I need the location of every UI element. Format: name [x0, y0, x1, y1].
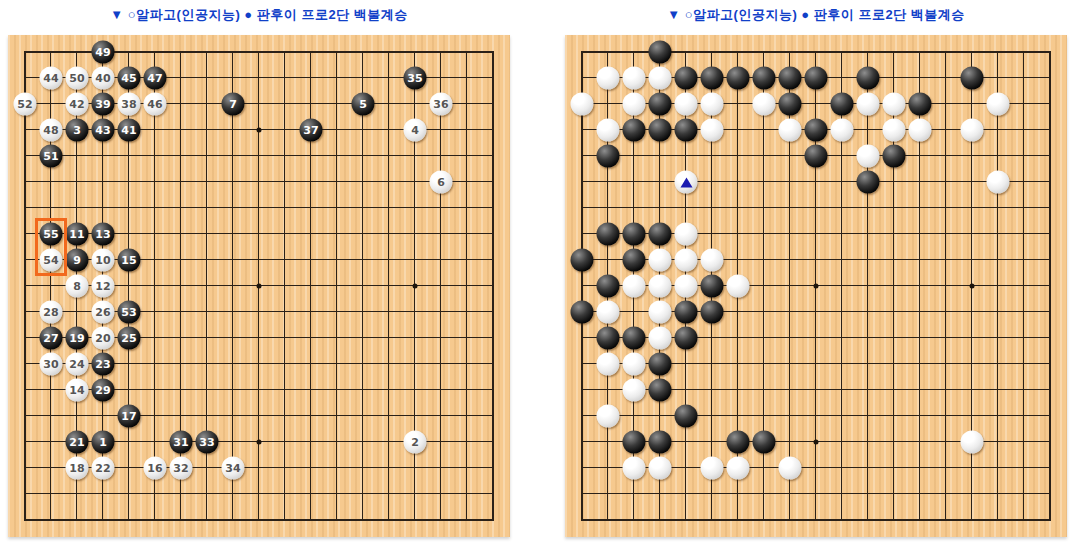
board-cell: 3: [64, 117, 90, 143]
board-cell: [12, 299, 38, 325]
board-cell: [751, 325, 777, 351]
board-cell: [595, 91, 621, 117]
grid-line-v: [763, 221, 764, 247]
grid-line-h: [24, 207, 38, 208]
grid-line-h: [581, 181, 595, 182]
board-cell: [402, 169, 428, 195]
stone-white: [701, 93, 724, 116]
grid-line-v: [102, 507, 103, 521]
grid-line-h: [581, 389, 595, 390]
stone-white: [597, 405, 620, 428]
board-cell: 11: [64, 221, 90, 247]
board-cell: [324, 91, 350, 117]
board-cell: [569, 65, 595, 91]
grid-line-h: [220, 259, 246, 260]
board-cell: [12, 377, 38, 403]
grid-line-v: [440, 273, 441, 299]
stone-white: [779, 119, 802, 142]
grid-line-h: [621, 181, 647, 182]
board-cell: [933, 247, 959, 273]
grid-line-h: [454, 77, 480, 78]
board-cell: [220, 325, 246, 351]
grid-line-h: [803, 311, 829, 312]
board-cell: [959, 195, 985, 221]
grid-line-v: [997, 247, 998, 273]
board-cell: [777, 143, 803, 169]
grid-line-v: [919, 299, 920, 325]
board-cell: [194, 403, 220, 429]
grid-line-v: [945, 273, 946, 299]
board-cell: [376, 481, 402, 507]
board-cell: [699, 455, 725, 481]
grid-line-h: [24, 181, 38, 182]
board-cell: [298, 403, 324, 429]
grid-line-v: [867, 325, 868, 351]
board-cell: [933, 91, 959, 117]
grid-line-h: [751, 519, 777, 520]
grid-line-h: [116, 389, 142, 390]
grid-line-h: [246, 181, 272, 182]
grid-line-v: [789, 143, 790, 169]
grid-line-v: [1023, 351, 1024, 377]
grid-line-h: [933, 519, 959, 520]
grid-line-v: [945, 351, 946, 377]
grid-line-h: [959, 415, 985, 416]
move-number: 37: [303, 125, 318, 136]
board-cell: [1037, 117, 1063, 143]
grid-line-v: [440, 195, 441, 221]
grid-line-h: [350, 467, 376, 468]
board-cell: [621, 325, 647, 351]
grid-line-v: [232, 481, 233, 507]
board-cell: [777, 195, 803, 221]
grid-line-v: [815, 221, 816, 247]
board-cell: [194, 221, 220, 247]
grid-line-h: [142, 441, 168, 442]
grid-line-v: [581, 403, 582, 429]
board-cell: [621, 507, 647, 533]
grid-line-v: [388, 51, 389, 65]
grid-line-h: [116, 51, 142, 52]
board-cell: [480, 377, 506, 403]
grid-line-h: [985, 467, 1011, 468]
grid-line-h: [725, 493, 751, 494]
grid-line-h: [64, 207, 90, 208]
grid-line-h: [298, 207, 324, 208]
board-cell: [803, 247, 829, 273]
stone-black: 25: [118, 327, 141, 350]
board-cell: [220, 299, 246, 325]
grid-line-h: [454, 155, 480, 156]
stone-white: 20: [92, 327, 115, 350]
grid-line-v: [711, 325, 712, 351]
board-cell: [194, 351, 220, 377]
grid-line-v: [1049, 65, 1050, 91]
star-point: [970, 284, 975, 289]
grid-line-h: [428, 51, 454, 52]
board-cell: [402, 403, 428, 429]
grid-line-h: [829, 155, 855, 156]
grid-line-h: [116, 181, 142, 182]
grid-line-v: [310, 507, 311, 521]
move-number: 41: [121, 125, 136, 136]
grid-line-h: [168, 337, 194, 338]
board-cell: [142, 117, 168, 143]
board-cell: [803, 221, 829, 247]
board-cell: [298, 143, 324, 169]
board-cell: [595, 325, 621, 351]
grid-line-h: [142, 259, 168, 260]
board-cell: [246, 91, 272, 117]
stone-black: [961, 67, 984, 90]
grid-line-h: [142, 389, 168, 390]
board-cell: [298, 195, 324, 221]
board-cell: [90, 481, 116, 507]
board-cell: 53: [116, 299, 142, 325]
board-cell: [116, 273, 142, 299]
grid-line-h: [324, 415, 350, 416]
board-cell: [959, 429, 985, 455]
grid-line-v: [971, 325, 972, 351]
grid-line-v: [659, 195, 660, 221]
board-cell: [933, 221, 959, 247]
grid-line-h: [725, 207, 751, 208]
board-cell: [402, 455, 428, 481]
grid-line-v: [1049, 481, 1050, 507]
grid-line-v: [336, 247, 337, 273]
board-cell: [647, 403, 673, 429]
grid-line-v: [258, 91, 259, 117]
board-cell: [569, 325, 595, 351]
stone-black: 39: [92, 93, 115, 116]
board-cell: [428, 507, 454, 533]
grid-line-h: [777, 389, 803, 390]
stone-black: 47: [144, 67, 167, 90]
grid-line-h: [933, 233, 959, 234]
board-cell: [272, 299, 298, 325]
board-cell: [220, 403, 246, 429]
move-number: 9: [73, 255, 81, 266]
grid-line-v: [841, 195, 842, 221]
grid-line-v: [581, 143, 582, 169]
grid-line-v: [581, 351, 582, 377]
grid-line-h: [220, 207, 246, 208]
board-cell: [699, 481, 725, 507]
grid-line-v: [1023, 117, 1024, 143]
stone-white: 26: [92, 301, 115, 324]
grid-line-v: [414, 455, 415, 481]
grid-line-v: [492, 221, 493, 247]
grid-line-v: [789, 169, 790, 195]
grid-line-v: [362, 377, 363, 403]
grid-line-h: [220, 519, 246, 520]
board-cell: [699, 65, 725, 91]
board-cell: [324, 143, 350, 169]
move-number: 23: [95, 359, 110, 370]
grid-line-v: [815, 247, 816, 273]
board-cell: [985, 325, 1011, 351]
grid-line-h: [376, 519, 402, 520]
board-cell: [829, 481, 855, 507]
grid-line-v: [1023, 377, 1024, 403]
board-cell: [168, 403, 194, 429]
grid-line-h: [725, 129, 751, 130]
grid-line-v: [919, 169, 920, 195]
board-cell: [194, 273, 220, 299]
grid-line-v: [284, 403, 285, 429]
grid-line-v: [711, 169, 712, 195]
stone-white: [675, 275, 698, 298]
board-cell: [829, 169, 855, 195]
grid-line-h: [933, 311, 959, 312]
grid-line-h: [595, 207, 621, 208]
grid-line-v: [362, 117, 363, 143]
grid-line-v: [737, 481, 738, 507]
grid-line-h: [350, 155, 376, 156]
stone-black: [649, 431, 672, 454]
board-cell: [907, 507, 933, 533]
grid-line-h: [194, 519, 220, 520]
grid-line-v: [737, 403, 738, 429]
grid-line-v: [336, 117, 337, 143]
grid-line-v: [492, 325, 493, 351]
board-cell: [1011, 195, 1037, 221]
grid-line-h: [985, 363, 1011, 364]
stone-white: [857, 93, 880, 116]
grid-line-h: [699, 415, 725, 416]
board-cell: [725, 195, 751, 221]
grid-line-h: [933, 441, 959, 442]
grid-line-h: [298, 441, 324, 442]
stone-white: [623, 379, 646, 402]
grid-line-h: [985, 259, 1011, 260]
board-cell: [480, 325, 506, 351]
board-cell: [12, 325, 38, 351]
grid-line-h: [933, 181, 959, 182]
board-cell: [751, 117, 777, 143]
grid-line-v: [815, 195, 816, 221]
grid-line-h: [298, 259, 324, 260]
board-cell: [673, 117, 699, 143]
grid-line-v: [763, 325, 764, 351]
grid-line-h: [751, 389, 777, 390]
grid-line-h: [350, 337, 376, 338]
grid-line-h: [168, 259, 194, 260]
grid-line-h: [751, 51, 777, 52]
board-cell: [699, 273, 725, 299]
board-cell: [350, 117, 376, 143]
board-cell: [595, 195, 621, 221]
board-cell: [933, 273, 959, 299]
board-cell: [38, 507, 64, 533]
board-cell: [168, 91, 194, 117]
grid-line-v: [815, 351, 816, 377]
board-cell: [673, 247, 699, 273]
board-cell: [12, 169, 38, 195]
grid-line-h: [1011, 389, 1037, 390]
grid-line-v: [414, 377, 415, 403]
board-cell: [220, 377, 246, 403]
grid-line-v: [492, 481, 493, 507]
board-cell: [751, 299, 777, 325]
grid-line-v: [50, 455, 51, 481]
grid-line-v: [492, 507, 493, 521]
grid-line-h: [1011, 285, 1037, 286]
grid-line-h: [881, 337, 907, 338]
grid-line-h: [803, 363, 829, 364]
grid-line-h: [647, 181, 673, 182]
grid-line-v: [466, 455, 467, 481]
grid-line-v: [388, 221, 389, 247]
board-cell: [647, 65, 673, 91]
grid-line-v: [841, 273, 842, 299]
board-cell: [985, 273, 1011, 299]
stone-black: [675, 67, 698, 90]
grid-line-v: [893, 429, 894, 455]
board-cell: [454, 195, 480, 221]
grid-line-h: [90, 493, 116, 494]
board-cell: [647, 221, 673, 247]
board-cell: [751, 143, 777, 169]
grid-line-h: [725, 181, 751, 182]
board-cell: [38, 377, 64, 403]
board-cell: [194, 65, 220, 91]
grid-line-v: [414, 143, 415, 169]
board-cell: [959, 455, 985, 481]
grid-line-v: [1023, 429, 1024, 455]
grid-line-v: [206, 299, 207, 325]
grid-line-v: [50, 481, 51, 507]
grid-line-h: [777, 441, 803, 442]
grid-line-h: [907, 493, 933, 494]
board-cell: [907, 455, 933, 481]
board-cell: [38, 481, 64, 507]
board-cell: [194, 299, 220, 325]
board-cell: [985, 351, 1011, 377]
grid-line-h: [428, 311, 454, 312]
board-cell: [959, 351, 985, 377]
grid-line-v: [997, 377, 998, 403]
stone-white: [727, 457, 750, 480]
board-cell: [829, 299, 855, 325]
grid-line-h: [142, 415, 168, 416]
grid-line-h: [272, 493, 298, 494]
board-cell: [350, 325, 376, 351]
grid-line-v: [945, 455, 946, 481]
grid-line-h: [116, 519, 142, 520]
grid-line-h: [24, 363, 38, 364]
grid-line-v: [128, 273, 129, 299]
board-cell: [220, 143, 246, 169]
stone-white: [987, 93, 1010, 116]
grid-line-v: [763, 143, 764, 169]
grid-line-h: [855, 415, 881, 416]
grid-line-v: [154, 377, 155, 403]
board-cell: [803, 65, 829, 91]
grid-line-v: [232, 143, 233, 169]
board-cell: [985, 403, 1011, 429]
board-cell: [480, 195, 506, 221]
grid-line-h: [350, 519, 376, 520]
grid-line-v: [154, 481, 155, 507]
board-cell: [454, 39, 480, 65]
board-cell: [725, 481, 751, 507]
grid-line-v: [867, 481, 868, 507]
grid-line-h: [829, 441, 855, 442]
board-cell: [699, 429, 725, 455]
grid-line-h: [142, 363, 168, 364]
board-cell: [751, 351, 777, 377]
grid-line-h: [751, 311, 777, 312]
board-cell: [595, 273, 621, 299]
board-cell: [480, 455, 506, 481]
grid-line-h: [907, 363, 933, 364]
board-cell: [829, 195, 855, 221]
grid-line-v: [102, 169, 103, 195]
stone-white: 2: [404, 431, 427, 454]
board-cell: [298, 455, 324, 481]
grid-line-h: [324, 467, 350, 468]
grid-line-h: [933, 103, 959, 104]
board-cell: [454, 221, 480, 247]
grid-line-h: [220, 493, 246, 494]
grid-line-v: [336, 377, 337, 403]
board-cell: [480, 273, 506, 299]
grid-line-v: [1049, 403, 1050, 429]
grid-line-v: [232, 377, 233, 403]
board-cell: [673, 221, 699, 247]
move-number: 53: [121, 307, 136, 318]
grid-line-v: [492, 273, 493, 299]
board-cell: [985, 143, 1011, 169]
grid-line-v: [466, 143, 467, 169]
grid-line-h: [581, 233, 595, 234]
grid-line-h: [24, 467, 38, 468]
grid-line-h: [855, 129, 881, 130]
grid-line-h: [829, 519, 855, 520]
grid-line-v: [180, 51, 181, 65]
stone-white: [623, 67, 646, 90]
board-cell: [428, 221, 454, 247]
grid-line-h: [454, 103, 480, 104]
grid-line-v: [581, 51, 582, 65]
grid-line-v: [232, 325, 233, 351]
board-cell: [751, 481, 777, 507]
board-cell: [569, 351, 595, 377]
stone-white: [623, 93, 646, 116]
grid-line-v: [362, 325, 363, 351]
grid-line-h: [324, 129, 350, 130]
grid-line-v: [971, 507, 972, 521]
board-cell: 26: [90, 299, 116, 325]
move-number: 35: [407, 73, 422, 84]
stone-white: [597, 119, 620, 142]
board-cell: [829, 507, 855, 533]
board-cell: [64, 507, 90, 533]
board-cell: [298, 299, 324, 325]
grid-line-h: [881, 311, 907, 312]
grid-line-v: [362, 169, 363, 195]
grid-line-h: [673, 493, 699, 494]
board-cell: [751, 221, 777, 247]
grid-line-h: [90, 519, 116, 520]
grid-line-v: [388, 143, 389, 169]
grid-line-h: [673, 389, 699, 390]
grid-line-h: [428, 337, 454, 338]
grid-line-h: [324, 207, 350, 208]
grid-line-v: [466, 403, 467, 429]
grid-line-v: [76, 507, 77, 521]
